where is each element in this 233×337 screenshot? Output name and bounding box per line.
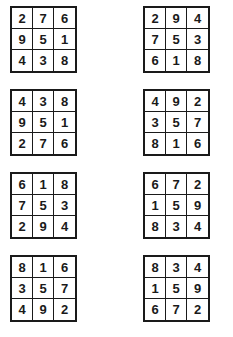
- magic-square-board-1: 2 7 6 9 5 1 4 3 8: [10, 6, 77, 73]
- grid-cell: 6: [12, 174, 33, 195]
- grid-cell: 6: [54, 8, 75, 29]
- grid-cell: 4: [12, 91, 33, 112]
- grid-cell: 7: [54, 278, 75, 299]
- grid-cell: 4: [187, 257, 208, 278]
- grid-cell: 3: [12, 278, 33, 299]
- grid-cell: 3: [54, 195, 75, 216]
- grid-cell: 9: [33, 216, 54, 237]
- grid-cell: 8: [145, 257, 166, 278]
- grid-cell: 1: [54, 29, 75, 50]
- grid-cell: 1: [33, 257, 54, 278]
- grid-cell: 1: [166, 133, 187, 154]
- grid-cell: 6: [145, 174, 166, 195]
- grid-cell: 8: [54, 174, 75, 195]
- grid-cell: 1: [166, 50, 187, 71]
- grid-cell: 3: [33, 50, 54, 71]
- grid-cell: 5: [166, 195, 187, 216]
- grid-cell: 2: [187, 299, 208, 320]
- grid-cell: 8: [145, 216, 166, 237]
- grid-cell: 8: [54, 50, 75, 71]
- magic-square-board-7: 8 1 6 3 5 7 4 9 2: [10, 255, 77, 322]
- grid-cell: 4: [12, 50, 33, 71]
- grid-cell: 3: [166, 216, 187, 237]
- grid-cell: 5: [33, 278, 54, 299]
- grid-cell: 3: [33, 91, 54, 112]
- board-layout: 2 7 6 9 5 1 4 3 8 2 9 4 7 5 3 6 1 8 4 3 …: [0, 0, 233, 322]
- magic-square-worksheet: 2 7 6 9 5 1 4 3 8 2 9 4 7 5 3 6 1 8 4 3 …: [0, 0, 233, 337]
- magic-square-board-6: 6 7 2 1 5 9 8 3 4: [143, 172, 210, 239]
- grid-cell: 5: [166, 29, 187, 50]
- grid-cell: 2: [54, 299, 75, 320]
- grid-cell: 1: [54, 112, 75, 133]
- grid-cell: 5: [33, 195, 54, 216]
- grid-cell: 7: [33, 8, 54, 29]
- grid-cell: 7: [12, 195, 33, 216]
- grid-cell: 9: [166, 8, 187, 29]
- grid-cell: 2: [12, 8, 33, 29]
- grid-cell: 1: [145, 195, 166, 216]
- grid-cell: 9: [166, 91, 187, 112]
- grid-cell: 9: [33, 299, 54, 320]
- grid-cell: 2: [145, 8, 166, 29]
- grid-cell: 4: [145, 91, 166, 112]
- grid-cell: 2: [12, 216, 33, 237]
- grid-cell: 7: [166, 174, 187, 195]
- magic-square-board-8: 8 3 4 1 5 9 6 7 2: [143, 255, 210, 322]
- grid-cell: 5: [33, 29, 54, 50]
- grid-cell: 8: [145, 133, 166, 154]
- grid-cell: 9: [187, 278, 208, 299]
- grid-cell: 7: [145, 29, 166, 50]
- grid-cell: 5: [166, 278, 187, 299]
- grid-cell: 2: [12, 133, 33, 154]
- grid-cell: 4: [54, 216, 75, 237]
- grid-cell: 8: [187, 50, 208, 71]
- grid-cell: 2: [187, 91, 208, 112]
- magic-square-board-2: 2 9 4 7 5 3 6 1 8: [143, 6, 210, 73]
- magic-square-board-3: 4 3 8 9 5 1 2 7 6: [10, 89, 77, 156]
- grid-cell: 6: [145, 50, 166, 71]
- grid-cell: 6: [54, 257, 75, 278]
- grid-cell: 9: [187, 195, 208, 216]
- grid-cell: 3: [145, 112, 166, 133]
- grid-cell: 6: [54, 133, 75, 154]
- grid-cell: 6: [187, 133, 208, 154]
- grid-cell: 7: [166, 299, 187, 320]
- grid-cell: 9: [12, 112, 33, 133]
- grid-cell: 1: [33, 174, 54, 195]
- magic-square-board-4: 4 9 2 3 5 7 8 1 6: [143, 89, 210, 156]
- grid-cell: 8: [12, 257, 33, 278]
- grid-cell: 5: [33, 112, 54, 133]
- magic-square-board-5: 6 1 8 7 5 3 2 9 4: [10, 172, 77, 239]
- grid-cell: 5: [166, 112, 187, 133]
- grid-cell: 1: [145, 278, 166, 299]
- grid-cell: 7: [187, 112, 208, 133]
- grid-cell: 4: [187, 8, 208, 29]
- grid-cell: 2: [187, 174, 208, 195]
- grid-cell: 8: [54, 91, 75, 112]
- grid-cell: 4: [187, 216, 208, 237]
- grid-cell: 9: [12, 29, 33, 50]
- grid-cell: 3: [166, 257, 187, 278]
- grid-cell: 6: [145, 299, 166, 320]
- grid-cell: 4: [12, 299, 33, 320]
- grid-cell: 3: [187, 29, 208, 50]
- grid-cell: 7: [33, 133, 54, 154]
